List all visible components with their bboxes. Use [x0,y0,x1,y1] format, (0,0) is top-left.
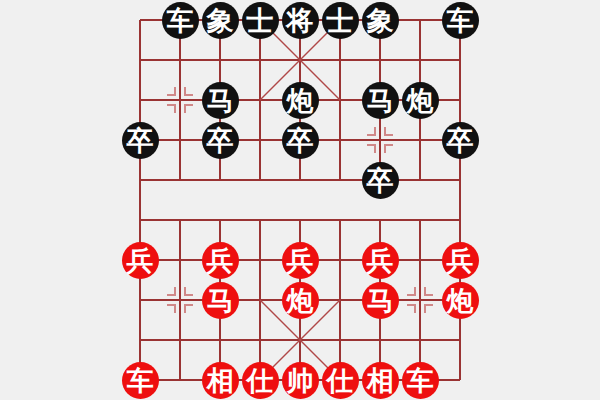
board-point-g7[interactable]: 马 [360,80,400,120]
board-point-f3[interactable] [320,240,360,280]
piece-red-advisor[interactable]: 仕 [242,362,279,399]
board-point-g2[interactable]: 马 [360,280,400,320]
board-point-h8[interactable] [400,40,440,80]
board-point-h0[interactable]: 车 [400,360,440,400]
board-point-d9[interactable]: 士 [240,0,280,40]
board-point-g6[interactable] [360,120,400,160]
board-point-a1[interactable] [120,320,160,360]
board-point-e1[interactable] [280,320,320,360]
piece-red-soldier[interactable]: 兵 [122,242,159,279]
board-point-c2[interactable]: 马 [200,280,240,320]
board-point-d2[interactable] [240,280,280,320]
board-point-g4[interactable] [360,200,400,240]
board-point-h1[interactable] [400,320,440,360]
board-point-b4[interactable] [160,200,200,240]
piece-red-cannon[interactable]: 炮 [282,282,319,319]
board-point-d8[interactable] [240,40,280,80]
board-point-e3[interactable]: 兵 [280,240,320,280]
board-point-d7[interactable] [240,80,280,120]
piece-black-soldier[interactable]: 卒 [442,122,479,159]
board-point-h3[interactable] [400,240,440,280]
piece-red-horse[interactable]: 马 [202,282,239,319]
board-point-a9[interactable] [120,0,160,40]
board-point-c6[interactable]: 卒 [200,120,240,160]
board-point-h7[interactable]: 炮 [400,80,440,120]
board-point-h5[interactable] [400,160,440,200]
piece-red-soldier[interactable]: 兵 [362,242,399,279]
piece-black-cannon[interactable]: 炮 [282,82,319,119]
board-point-d6[interactable] [240,120,280,160]
piece-black-elephant[interactable]: 象 [362,2,399,39]
board-point-c8[interactable] [200,40,240,80]
board-point-f4[interactable] [320,200,360,240]
board-point-i3[interactable]: 兵 [440,240,480,280]
piece-black-soldier[interactable]: 卒 [362,162,399,199]
board-point-b9[interactable]: 车 [160,0,200,40]
board-point-e6[interactable]: 卒 [280,120,320,160]
piece-black-advisor[interactable]: 士 [242,2,279,39]
board-point-a5[interactable] [120,160,160,200]
board-points: 车象士将士象车马炮马炮卒卒卒卒卒兵兵兵兵兵马炮马炮车相仕帅仕相车 [120,0,480,400]
board-point-f1[interactable] [320,320,360,360]
board-point-f5[interactable] [320,160,360,200]
piece-red-soldier[interactable]: 兵 [202,242,239,279]
piece-red-elephant[interactable]: 相 [362,362,399,399]
piece-black-soldier[interactable]: 卒 [282,122,319,159]
board-point-i7[interactable] [440,80,480,120]
board-point-i2[interactable]: 炮 [440,280,480,320]
board-point-g0[interactable]: 相 [360,360,400,400]
board-point-e9[interactable]: 将 [280,0,320,40]
piece-black-elephant[interactable]: 象 [202,2,239,39]
board-point-c1[interactable] [200,320,240,360]
board-point-h2[interactable] [400,280,440,320]
board-point-b7[interactable] [160,80,200,120]
board-point-d1[interactable] [240,320,280,360]
piece-red-advisor[interactable]: 仕 [322,362,359,399]
piece-black-horse[interactable]: 马 [202,82,239,119]
piece-red-soldier[interactable]: 兵 [442,242,479,279]
board-point-b8[interactable] [160,40,200,80]
board-point-b1[interactable] [160,320,200,360]
piece-black-soldier[interactable]: 卒 [202,122,239,159]
board-point-d5[interactable] [240,160,280,200]
board-point-h4[interactable] [400,200,440,240]
board-point-a2[interactable] [120,280,160,320]
board-point-d0[interactable]: 仕 [240,360,280,400]
board-point-e5[interactable] [280,160,320,200]
piece-black-soldier[interactable]: 卒 [122,122,159,159]
board-point-e2[interactable]: 炮 [280,280,320,320]
piece-black-general[interactable]: 将 [282,2,319,39]
board-point-i5[interactable] [440,160,480,200]
board-point-b5[interactable] [160,160,200,200]
board-point-i0[interactable] [440,360,480,400]
piece-black-chariot[interactable]: 车 [442,2,479,39]
board-point-a8[interactable] [120,40,160,80]
board-point-b2[interactable] [160,280,200,320]
board-point-a6[interactable]: 卒 [120,120,160,160]
board-point-c4[interactable] [200,200,240,240]
board-point-c3[interactable]: 兵 [200,240,240,280]
board-point-a0[interactable]: 车 [120,360,160,400]
board-point-d4[interactable] [240,200,280,240]
board-point-b0[interactable] [160,360,200,400]
board-point-a4[interactable] [120,200,160,240]
board-point-c0[interactable]: 相 [200,360,240,400]
piece-black-cannon[interactable]: 炮 [402,82,439,119]
board-point-f2[interactable] [320,280,360,320]
board-point-b3[interactable] [160,240,200,280]
board-point-b6[interactable] [160,120,200,160]
board-point-i6[interactable]: 卒 [440,120,480,160]
piece-black-advisor[interactable]: 士 [322,2,359,39]
board-point-d3[interactable] [240,240,280,280]
board-point-f8[interactable] [320,40,360,80]
board-point-a7[interactable] [120,80,160,120]
piece-black-chariot[interactable]: 车 [162,2,199,39]
piece-red-elephant[interactable]: 相 [202,362,239,399]
board-point-c9[interactable]: 象 [200,0,240,40]
board-point-g8[interactable] [360,40,400,80]
board-point-e0[interactable]: 帅 [280,360,320,400]
piece-red-soldier[interactable]: 兵 [282,242,319,279]
board-point-g1[interactable] [360,320,400,360]
board-point-h9[interactable] [400,0,440,40]
board-point-e4[interactable] [280,200,320,240]
board-point-g5[interactable]: 卒 [360,160,400,200]
board-point-f7[interactable] [320,80,360,120]
board-point-f6[interactable] [320,120,360,160]
board-point-i8[interactable] [440,40,480,80]
board-point-i1[interactable] [440,320,480,360]
board-point-f9[interactable]: 士 [320,0,360,40]
piece-red-cannon[interactable]: 炮 [442,282,479,319]
board-point-f0[interactable]: 仕 [320,360,360,400]
piece-red-horse[interactable]: 马 [362,282,399,319]
piece-black-horse[interactable]: 马 [362,82,399,119]
piece-red-chariot[interactable]: 车 [402,362,439,399]
board-point-e8[interactable] [280,40,320,80]
piece-red-chariot[interactable]: 车 [122,362,159,399]
board-point-e7[interactable]: 炮 [280,80,320,120]
board-point-c5[interactable] [200,160,240,200]
board-point-g3[interactable]: 兵 [360,240,400,280]
piece-red-general[interactable]: 帅 [282,362,319,399]
board-point-c7[interactable]: 马 [200,80,240,120]
board-point-g9[interactable]: 象 [360,0,400,40]
board-point-a3[interactable]: 兵 [120,240,160,280]
xiangqi-board: 车象士将士象车马炮马炮卒卒卒卒卒兵兵兵兵兵马炮马炮车相仕帅仕相车 [0,0,600,400]
board-point-i9[interactable]: 车 [440,0,480,40]
board-point-h6[interactable] [400,120,440,160]
board-point-i4[interactable] [440,200,480,240]
